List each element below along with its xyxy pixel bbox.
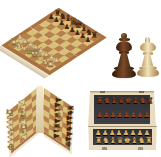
clasp-icon	[138, 147, 143, 150]
hinge-icon	[100, 91, 105, 93]
stored-piece-q: ♛	[118, 97, 125, 105]
stored-piece-k: ♚	[125, 97, 132, 105]
stored-piece-n: ♞	[102, 137, 109, 145]
stored-piece-k: ♚	[124, 137, 131, 145]
lid-piece-row: ♜♞♝♛♚♝♞♜	[96, 97, 148, 105]
product-photo-collage: ♜♞♝♛♚♝♞♜♟♟♟♟♟♟♟♟♟♟♟♟♟♟♟♟♜♞♝♛♚♝♞♜ ♟♜♟♞♝♟♛	[0, 0, 160, 157]
stored-piece-p: ♟	[130, 111, 137, 119]
stored-piece-b: ♝	[110, 97, 117, 105]
folded-board-right-face	[41, 88, 71, 151]
stored-piece-q: ♛	[117, 137, 124, 145]
stored-piece-p: ♟	[123, 111, 130, 119]
queen-stem	[140, 54, 155, 66]
stored-piece-n: ♞	[103, 97, 110, 105]
clasp-icon	[102, 147, 107, 150]
folded-board-spine	[36, 86, 45, 133]
queen-crown	[140, 42, 156, 52]
stored-piece-b: ♝	[131, 137, 138, 145]
case-base-felt: ♟♟♟♟♟♟♟♟ ♜♞♝♛♚♝♞♜	[93, 129, 152, 145]
stored-piece-b: ♝	[109, 137, 116, 145]
stored-piece-r: ♜	[95, 137, 102, 145]
light-queen-piece	[135, 37, 161, 78]
stored-piece-p: ♟	[109, 111, 116, 119]
case-lid: ♜♞♝♛♚♝♞♜ ♟♟♟♟♟♟♟♟	[88, 91, 156, 127]
stored-piece-p: ♟	[103, 111, 110, 119]
stored-piece-r: ♜	[96, 97, 103, 105]
stored-piece-b: ♝	[132, 97, 139, 105]
lid-piece-row: ♟♟♟♟♟♟♟♟	[96, 111, 148, 119]
stored-piece-n: ♞	[138, 137, 145, 145]
stored-piece-p: ♟	[136, 111, 143, 119]
stored-piece-p: ♟	[116, 111, 123, 119]
stored-piece-p: ♟	[96, 111, 103, 119]
chessboard	[8, 12, 100, 71]
base-piece-row: ♜♞♝♛♚♝♞♜	[95, 137, 150, 145]
stored-piece-p: ♟	[143, 111, 150, 119]
stored-piece-r: ♜	[145, 137, 152, 145]
case-lid-felt: ♜♞♝♛♚♝♞♜ ♟♟♟♟♟♟♟♟	[94, 95, 150, 124]
stored-piece-n: ♞	[139, 97, 146, 105]
king-crown	[116, 41, 132, 52]
queen-base	[137, 68, 159, 77]
folded-board-left-face	[9, 87, 40, 153]
king-stem	[116, 53, 132, 67]
stored-piece-r: ♜	[146, 97, 153, 105]
hinge-icon	[139, 91, 144, 93]
king-base	[112, 69, 136, 78]
case-base: ♟♟♟♟♟♟♟♟ ♜♞♝♛♚♝♞♜	[88, 126, 157, 150]
